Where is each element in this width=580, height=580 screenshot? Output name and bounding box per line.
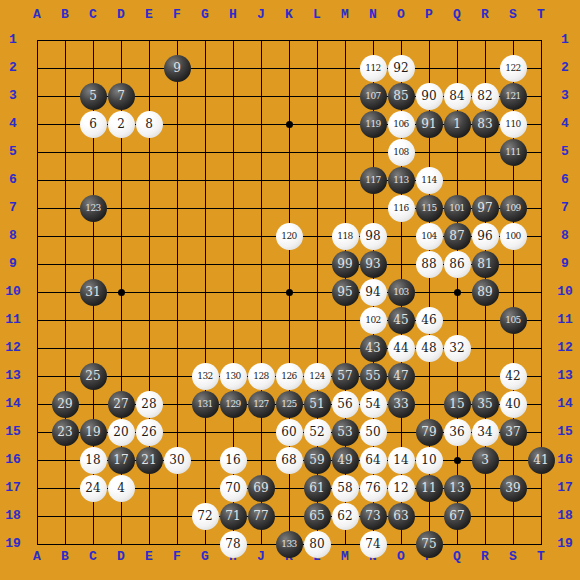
board-point[interactable] [51, 54, 79, 82]
board-point[interactable] [247, 250, 275, 278]
board-point[interactable] [163, 138, 191, 166]
board-point[interactable] [303, 26, 331, 54]
board-point[interactable] [23, 194, 51, 222]
board-point[interactable]: 28 [135, 390, 163, 418]
board-point[interactable] [443, 362, 471, 390]
board-point[interactable]: 121 [499, 82, 527, 110]
board-point[interactable] [303, 194, 331, 222]
board-point[interactable] [23, 334, 51, 362]
board-point[interactable] [499, 278, 527, 306]
board-point[interactable] [135, 502, 163, 530]
board-point[interactable] [471, 54, 499, 82]
board-point[interactable] [163, 82, 191, 110]
board-point[interactable] [23, 306, 51, 334]
board-point[interactable] [23, 390, 51, 418]
board-point[interactable] [51, 474, 79, 502]
board-point[interactable] [79, 530, 107, 558]
board-point[interactable] [527, 502, 555, 530]
board-point[interactable]: 12 [387, 474, 415, 502]
board-point[interactable] [107, 138, 135, 166]
board-point[interactable] [247, 138, 275, 166]
board-point[interactable] [331, 166, 359, 194]
board-point[interactable] [303, 54, 331, 82]
board-point[interactable]: 48 [415, 334, 443, 362]
board-point[interactable] [247, 334, 275, 362]
board-point[interactable] [415, 502, 443, 530]
board-point[interactable]: 42 [499, 362, 527, 390]
board-point[interactable]: 19 [79, 418, 107, 446]
board-point[interactable]: 111 [499, 138, 527, 166]
board-point[interactable] [331, 26, 359, 54]
board-point[interactable] [135, 166, 163, 194]
board-point[interactable] [219, 278, 247, 306]
board-point[interactable] [219, 54, 247, 82]
board-point[interactable] [107, 222, 135, 250]
board-point[interactable]: 96 [471, 222, 499, 250]
board-point[interactable] [359, 26, 387, 54]
board-point[interactable] [443, 446, 471, 474]
board-point[interactable]: 82 [471, 82, 499, 110]
board-point[interactable] [23, 166, 51, 194]
board-point[interactable] [527, 278, 555, 306]
board-point[interactable]: 24 [79, 474, 107, 502]
board-point[interactable] [191, 278, 219, 306]
board-point[interactable]: 80 [303, 530, 331, 558]
board-point[interactable] [331, 110, 359, 138]
board-point[interactable] [135, 278, 163, 306]
board-point[interactable] [79, 390, 107, 418]
board-point[interactable] [247, 278, 275, 306]
board-point[interactable] [275, 26, 303, 54]
board-point[interactable] [247, 306, 275, 334]
board-point[interactable] [471, 334, 499, 362]
board-point[interactable]: 108 [387, 138, 415, 166]
board-point[interactable]: 107 [359, 82, 387, 110]
board-point[interactable] [275, 306, 303, 334]
board-point[interactable] [135, 530, 163, 558]
board-point[interactable]: 105 [499, 306, 527, 334]
board-point[interactable]: 74 [359, 530, 387, 558]
board-point[interactable] [247, 26, 275, 54]
board-point[interactable] [23, 250, 51, 278]
board-point[interactable] [471, 166, 499, 194]
board-point[interactable]: 112 [359, 54, 387, 82]
board-point[interactable] [499, 446, 527, 474]
board-point[interactable] [387, 26, 415, 54]
board-point[interactable]: 29 [51, 390, 79, 418]
board-point[interactable]: 40 [499, 390, 527, 418]
board-point[interactable]: 101 [443, 194, 471, 222]
board-point[interactable] [79, 138, 107, 166]
board-point[interactable] [219, 138, 247, 166]
board-point[interactable]: 120 [275, 222, 303, 250]
board-point[interactable] [135, 82, 163, 110]
board-point[interactable]: 20 [107, 418, 135, 446]
board-point[interactable] [191, 110, 219, 138]
board-point[interactable] [107, 278, 135, 306]
board-point[interactable] [135, 362, 163, 390]
board-point[interactable]: 103 [387, 278, 415, 306]
board-point[interactable]: 67 [443, 502, 471, 530]
board-point[interactable] [471, 474, 499, 502]
board-point[interactable] [51, 194, 79, 222]
board-point[interactable] [499, 334, 527, 362]
board-point[interactable] [527, 194, 555, 222]
board-point[interactable] [275, 82, 303, 110]
board-point[interactable]: 98 [359, 222, 387, 250]
board-point[interactable] [527, 334, 555, 362]
board-point[interactable] [23, 54, 51, 82]
board-point[interactable]: 94 [359, 278, 387, 306]
board-point[interactable]: 116 [387, 194, 415, 222]
board-point[interactable] [247, 222, 275, 250]
board-point[interactable] [135, 194, 163, 222]
board-point[interactable] [51, 362, 79, 390]
board-point[interactable] [499, 166, 527, 194]
board-point[interactable]: 14 [387, 446, 415, 474]
board-point[interactable] [387, 530, 415, 558]
board-point[interactable] [107, 250, 135, 278]
board-point[interactable]: 90 [415, 82, 443, 110]
board-point[interactable] [163, 306, 191, 334]
board-point[interactable] [471, 138, 499, 166]
board-point[interactable] [191, 82, 219, 110]
board-point[interactable] [219, 82, 247, 110]
board-point[interactable] [191, 166, 219, 194]
board-point[interactable] [275, 194, 303, 222]
board-point[interactable]: 36 [443, 418, 471, 446]
board-point[interactable]: 93 [359, 250, 387, 278]
board-point[interactable] [135, 250, 163, 278]
board-point[interactable]: 50 [359, 418, 387, 446]
board-point[interactable]: 25 [79, 362, 107, 390]
board-point[interactable] [527, 222, 555, 250]
board-point[interactable] [527, 474, 555, 502]
board-point[interactable]: 81 [471, 250, 499, 278]
board-point[interactable]: 27 [107, 390, 135, 418]
board-point[interactable] [471, 530, 499, 558]
board-point[interactable]: 54 [359, 390, 387, 418]
board-point[interactable]: 41 [527, 446, 555, 474]
board-point[interactable]: 18 [79, 446, 107, 474]
board-point[interactable] [107, 166, 135, 194]
board-point[interactable] [107, 194, 135, 222]
board-point[interactable] [247, 54, 275, 82]
board-point[interactable] [51, 530, 79, 558]
board-point[interactable]: 9 [163, 54, 191, 82]
board-point[interactable] [51, 138, 79, 166]
board-point[interactable] [527, 390, 555, 418]
board-point[interactable] [443, 138, 471, 166]
board-point[interactable] [247, 110, 275, 138]
board-point[interactable] [23, 278, 51, 306]
board-point[interactable]: 17 [107, 446, 135, 474]
board-point[interactable] [107, 334, 135, 362]
board-point[interactable] [275, 250, 303, 278]
board-point[interactable] [163, 418, 191, 446]
board-point[interactable] [191, 250, 219, 278]
board-point[interactable] [331, 306, 359, 334]
board-point[interactable] [471, 306, 499, 334]
board-point[interactable] [163, 390, 191, 418]
board-point[interactable] [471, 26, 499, 54]
board-point[interactable]: 55 [359, 362, 387, 390]
board-point[interactable] [23, 418, 51, 446]
board-point[interactable] [443, 278, 471, 306]
board-point[interactable]: 128 [247, 362, 275, 390]
board-point[interactable] [527, 418, 555, 446]
board-point[interactable] [387, 418, 415, 446]
board-point[interactable]: 65 [303, 502, 331, 530]
board-point[interactable]: 110 [499, 110, 527, 138]
board-point[interactable]: 89 [471, 278, 499, 306]
board-point[interactable]: 70 [219, 474, 247, 502]
board-point[interactable]: 100 [499, 222, 527, 250]
board-point[interactable]: 123 [79, 194, 107, 222]
board-point[interactable] [23, 82, 51, 110]
board-point[interactable] [303, 334, 331, 362]
board-point[interactable] [163, 250, 191, 278]
board-point[interactable] [51, 166, 79, 194]
board-point[interactable] [107, 306, 135, 334]
board-point[interactable]: 15 [443, 390, 471, 418]
board-point[interactable] [415, 362, 443, 390]
board-point[interactable] [219, 250, 247, 278]
board-point[interactable] [191, 530, 219, 558]
board-point[interactable]: 124 [303, 362, 331, 390]
board-point[interactable] [331, 530, 359, 558]
board-point[interactable] [527, 54, 555, 82]
board-point[interactable]: 31 [79, 278, 107, 306]
board-point[interactable]: 132 [191, 362, 219, 390]
board-point[interactable] [79, 306, 107, 334]
board-point[interactable]: 127 [247, 390, 275, 418]
board-point[interactable]: 43 [359, 334, 387, 362]
board-point[interactable]: 133 [275, 530, 303, 558]
board-point[interactable]: 26 [135, 418, 163, 446]
board-point[interactable] [247, 194, 275, 222]
board-point[interactable]: 97 [471, 194, 499, 222]
board-point[interactable] [443, 166, 471, 194]
board-point[interactable] [275, 278, 303, 306]
board-point[interactable] [107, 54, 135, 82]
board-point[interactable] [247, 418, 275, 446]
board-point[interactable]: 56 [331, 390, 359, 418]
board-point[interactable]: 129 [219, 390, 247, 418]
board-point[interactable]: 4 [107, 474, 135, 502]
board-point[interactable] [191, 138, 219, 166]
board-point[interactable]: 30 [163, 446, 191, 474]
board-point[interactable]: 78 [219, 530, 247, 558]
board-point[interactable] [219, 166, 247, 194]
board-point[interactable]: 91 [415, 110, 443, 138]
board-point[interactable]: 21 [135, 446, 163, 474]
board-point[interactable]: 1 [443, 110, 471, 138]
board-point[interactable] [303, 110, 331, 138]
board-point[interactable] [219, 418, 247, 446]
board-point[interactable] [163, 530, 191, 558]
board-point[interactable]: 115 [415, 194, 443, 222]
board-point[interactable]: 61 [303, 474, 331, 502]
board-point[interactable] [135, 222, 163, 250]
board-point[interactable]: 47 [387, 362, 415, 390]
board-point[interactable]: 104 [415, 222, 443, 250]
board-point[interactable] [163, 110, 191, 138]
board-point[interactable] [163, 474, 191, 502]
board-point[interactable]: 37 [499, 418, 527, 446]
board-point[interactable]: 119 [359, 110, 387, 138]
board-point[interactable] [359, 138, 387, 166]
board-point[interactable] [303, 250, 331, 278]
board-point[interactable] [275, 110, 303, 138]
board-point[interactable]: 88 [415, 250, 443, 278]
board-point[interactable]: 46 [415, 306, 443, 334]
board-point[interactable]: 122 [499, 54, 527, 82]
board-point[interactable] [527, 138, 555, 166]
board-point[interactable] [219, 110, 247, 138]
board-point[interactable] [191, 418, 219, 446]
board-point[interactable] [135, 474, 163, 502]
board-point[interactable] [191, 474, 219, 502]
board-point[interactable]: 10 [415, 446, 443, 474]
board-point[interactable]: 86 [443, 250, 471, 278]
board-point[interactable] [527, 82, 555, 110]
board-point[interactable] [51, 306, 79, 334]
board-point[interactable] [163, 278, 191, 306]
board-point[interactable] [303, 306, 331, 334]
board-point[interactable] [303, 166, 331, 194]
board-point[interactable] [79, 334, 107, 362]
board-point[interactable]: 75 [415, 530, 443, 558]
board-point[interactable]: 35 [471, 390, 499, 418]
board-point[interactable]: 109 [499, 194, 527, 222]
board-point[interactable]: 79 [415, 418, 443, 446]
board-point[interactable] [163, 194, 191, 222]
board-point[interactable]: 3 [471, 446, 499, 474]
board-point[interactable] [219, 306, 247, 334]
board-point[interactable] [415, 54, 443, 82]
board-point[interactable] [51, 26, 79, 54]
board-point[interactable]: 34 [471, 418, 499, 446]
board-point[interactable]: 71 [219, 502, 247, 530]
board-point[interactable] [443, 54, 471, 82]
board-point[interactable]: 7 [107, 82, 135, 110]
board-point[interactable] [303, 138, 331, 166]
board-point[interactable]: 83 [471, 110, 499, 138]
board-point[interactable] [163, 334, 191, 362]
board-point[interactable] [331, 138, 359, 166]
board-point[interactable] [191, 306, 219, 334]
board-point[interactable]: 114 [415, 166, 443, 194]
board-point[interactable] [387, 250, 415, 278]
board-point[interactable] [23, 26, 51, 54]
board-point[interactable]: 58 [331, 474, 359, 502]
board-point[interactable] [79, 54, 107, 82]
board-point[interactable]: 2 [107, 110, 135, 138]
board-point[interactable]: 5 [79, 82, 107, 110]
board-point[interactable] [247, 82, 275, 110]
board-point[interactable] [135, 54, 163, 82]
board-point[interactable]: 85 [387, 82, 415, 110]
board-point[interactable] [247, 166, 275, 194]
board-point[interactable] [163, 362, 191, 390]
board-point[interactable] [387, 222, 415, 250]
board-point[interactable] [107, 362, 135, 390]
board-point[interactable] [247, 446, 275, 474]
board-point[interactable]: 33 [387, 390, 415, 418]
board-point[interactable] [135, 26, 163, 54]
board-point[interactable] [471, 362, 499, 390]
board-point[interactable]: 53 [331, 418, 359, 446]
board-point[interactable] [79, 502, 107, 530]
board-point[interactable]: 13 [443, 474, 471, 502]
board-point[interactable]: 69 [247, 474, 275, 502]
board-point[interactable] [415, 26, 443, 54]
board-point[interactable]: 77 [247, 502, 275, 530]
board-point[interactable]: 16 [219, 446, 247, 474]
board-point[interactable] [331, 82, 359, 110]
board-point[interactable] [51, 502, 79, 530]
board-point[interactable]: 125 [275, 390, 303, 418]
board-point[interactable] [163, 222, 191, 250]
board-point[interactable] [23, 502, 51, 530]
board-point[interactable] [303, 82, 331, 110]
board-point[interactable] [527, 362, 555, 390]
board-point[interactable] [107, 26, 135, 54]
board-point[interactable]: 64 [359, 446, 387, 474]
board-point[interactable] [275, 166, 303, 194]
board-point[interactable]: 68 [275, 446, 303, 474]
board-point[interactable] [163, 502, 191, 530]
board-point[interactable]: 51 [303, 390, 331, 418]
board-point[interactable]: 44 [387, 334, 415, 362]
board-point[interactable]: 45 [387, 306, 415, 334]
board-point[interactable] [527, 166, 555, 194]
board-point[interactable] [219, 334, 247, 362]
board-point[interactable]: 57 [331, 362, 359, 390]
board-point[interactable] [527, 530, 555, 558]
board-point[interactable] [79, 26, 107, 54]
board-point[interactable] [331, 54, 359, 82]
board-point[interactable] [275, 138, 303, 166]
board-point[interactable] [443, 306, 471, 334]
board-point[interactable] [79, 250, 107, 278]
board-point[interactable] [443, 26, 471, 54]
board-point[interactable]: 39 [499, 474, 527, 502]
board-point[interactable]: 113 [387, 166, 415, 194]
board-point[interactable] [51, 110, 79, 138]
board-point[interactable] [415, 278, 443, 306]
board-point[interactable]: 32 [443, 334, 471, 362]
board-point[interactable]: 62 [331, 502, 359, 530]
board-point[interactable] [191, 54, 219, 82]
board-point[interactable] [499, 26, 527, 54]
board-point[interactable] [135, 138, 163, 166]
board-point[interactable] [23, 222, 51, 250]
board-point[interactable] [191, 222, 219, 250]
board-point[interactable] [135, 334, 163, 362]
board-point[interactable]: 76 [359, 474, 387, 502]
board-point[interactable] [23, 446, 51, 474]
board-point[interactable]: 73 [359, 502, 387, 530]
board-point[interactable] [331, 334, 359, 362]
board-point[interactable] [527, 110, 555, 138]
board-point[interactable] [527, 250, 555, 278]
board-point[interactable] [51, 278, 79, 306]
board-point[interactable] [219, 194, 247, 222]
board-point[interactable] [443, 530, 471, 558]
board-point[interactable]: 72 [191, 502, 219, 530]
